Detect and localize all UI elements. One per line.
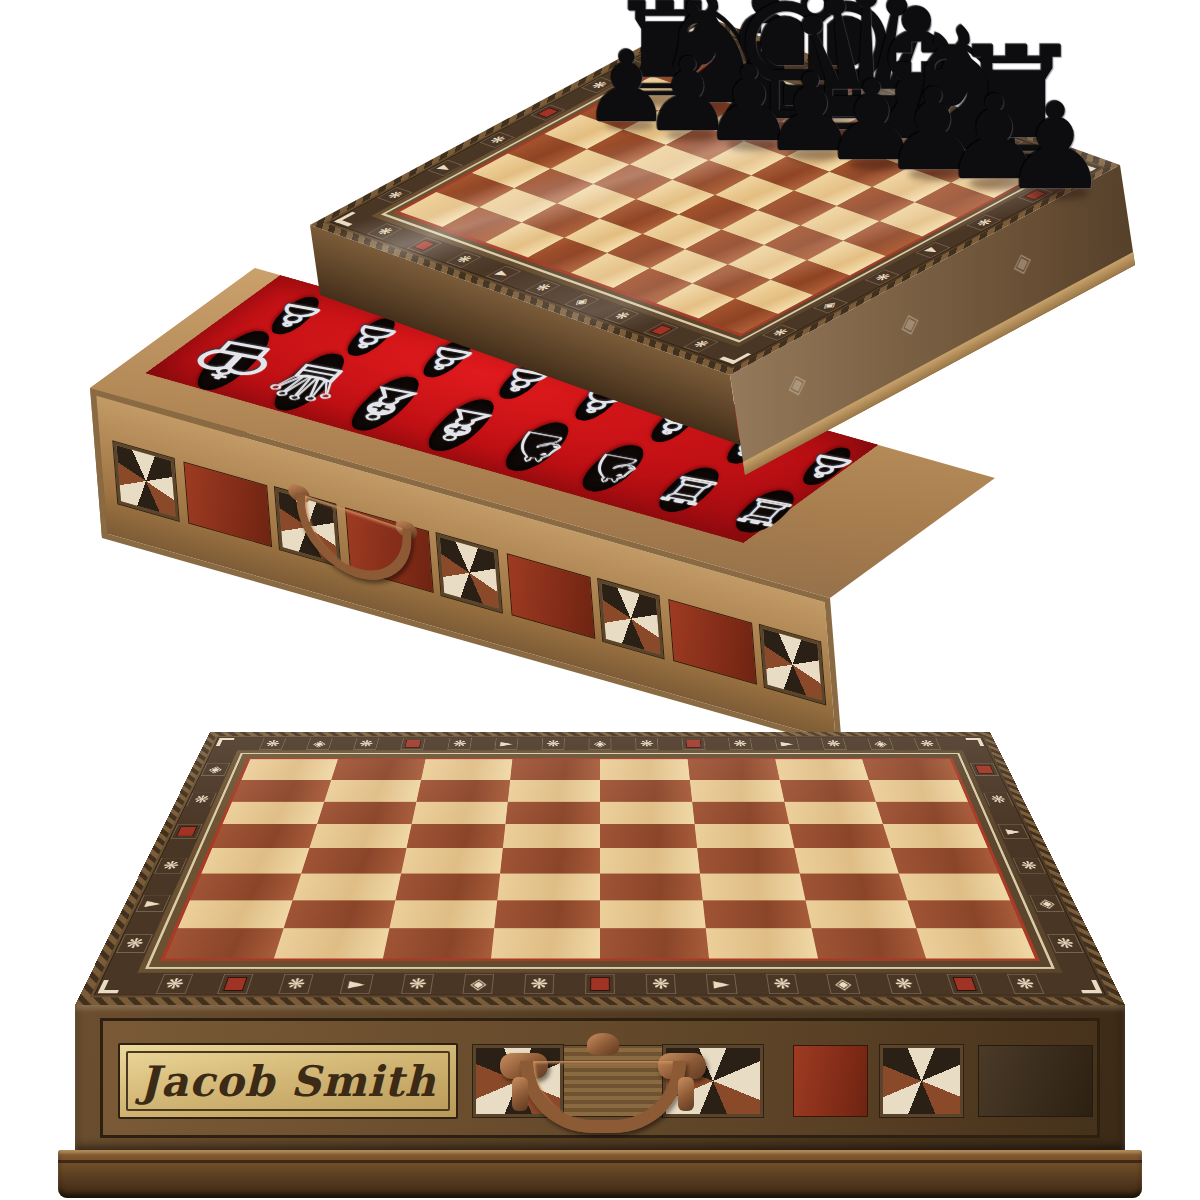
dark-square: [190, 873, 301, 900]
red-square-inlay: [686, 740, 701, 748]
light-square: [497, 873, 600, 900]
border-motif-rosette: ❋: [821, 738, 847, 750]
black-pawn: ♟: [1002, 87, 1109, 206]
rosette-icon: ❋: [285, 977, 307, 991]
spear-icon: ►: [347, 977, 367, 991]
rosette-icon: ❋: [123, 937, 146, 950]
dark-square: [500, 848, 600, 873]
rosette-icon: ❋: [1014, 977, 1038, 991]
light-square: [600, 900, 706, 928]
dark-square: [600, 873, 703, 900]
diamond-eye-icon: ◈: [312, 739, 328, 748]
border-motif-diamond-eye: ◈: [867, 738, 894, 750]
dark-square: [811, 928, 926, 958]
rosette-icon: ❋: [826, 739, 842, 748]
drawer-handle: [498, 1031, 708, 1137]
spear-icon: ►: [780, 739, 795, 748]
handle-bail: [520, 1061, 686, 1133]
red-square-inlay: [953, 977, 976, 990]
handle-tassel-left: [512, 1077, 528, 1111]
diamond-eye-icon: ◈: [1036, 897, 1057, 909]
border-motif-red-square: [585, 974, 615, 994]
light-square: [491, 928, 600, 958]
light-square: [178, 900, 293, 928]
border-motif-rosette: ❋: [353, 738, 379, 750]
light-square: [694, 824, 794, 848]
light-square: [309, 824, 411, 848]
rosette-icon: ❋: [407, 977, 427, 991]
base-ridge: [58, 1160, 1142, 1163]
dark-square: [703, 900, 812, 928]
dark-square: [600, 780, 692, 802]
rosette-icon: ❋: [989, 794, 1008, 804]
border-motif-spear: ►: [494, 738, 518, 750]
box-top-surface: ❋❋◈❋❋►❋❋►◈❋❋◈❋❋►❋❋►◈❋❋◈❋❋◈❋❋►❋❋►◈❋❋: [75, 732, 1125, 1005]
border-motif-rosette: ❋: [766, 974, 799, 994]
light-square: [917, 928, 1035, 958]
border-motif-rosette: ❋: [886, 974, 921, 994]
red-square-inlay: [590, 977, 609, 990]
dark-square: [331, 759, 425, 780]
rosette-icon: ❋: [264, 739, 281, 748]
handle-finial: [587, 1033, 619, 1055]
playing-field: [160, 758, 1040, 961]
rosette-icon: ❋: [358, 739, 374, 748]
border-motif-rosette: ❋: [914, 738, 941, 750]
dark-square: [416, 780, 510, 802]
dark-square: [862, 759, 958, 780]
border-motif-rosette: ❋: [259, 738, 286, 750]
border-motif-rosette: ❋: [542, 738, 565, 750]
light-square: [401, 848, 503, 873]
border-motif-diamond-eye: ◈: [306, 738, 333, 750]
light-square: [700, 873, 805, 900]
corner-l-mark: [965, 738, 984, 746]
dark-square: [600, 824, 697, 848]
border-motif-rosette: ❋: [278, 974, 313, 994]
light-square: [794, 848, 899, 873]
nameplate-border: [126, 1051, 450, 1111]
light-square: [600, 848, 700, 873]
rosette-icon: ❋: [733, 739, 748, 748]
walnut-inlay-panel: [978, 1045, 1093, 1117]
dark-square: [876, 801, 978, 824]
border-motif-red-square: [400, 738, 425, 750]
spear-icon: ►: [1004, 826, 1023, 836]
border-motif-rosette: ❋: [447, 738, 472, 750]
border-motif-rosette: ❋: [635, 738, 658, 750]
diamond-eye-icon: ◈: [469, 977, 487, 991]
dark-square: [494, 900, 600, 928]
dark-square: [687, 759, 779, 780]
light-square: [324, 780, 421, 802]
spear-icon: ►: [500, 739, 514, 748]
spear-icon: ►: [143, 897, 164, 909]
light-square: [690, 780, 784, 802]
rosette-icon: ❋: [1054, 937, 1077, 950]
spear-icon: ►: [713, 977, 731, 991]
light-square: [411, 801, 508, 824]
base-molding: [58, 1150, 1142, 1198]
dark-square: [317, 801, 416, 824]
dark-square: [510, 759, 600, 780]
dark-square: [301, 848, 406, 873]
rosette-icon: ❋: [893, 977, 915, 991]
light-square: [503, 824, 600, 848]
light-square: [784, 801, 883, 824]
light-square: [869, 780, 968, 802]
dark-square: [506, 801, 600, 824]
light-square: [899, 873, 1010, 900]
diamond-eye-icon: ◈: [207, 765, 224, 774]
dark-square: [908, 900, 1023, 928]
rosette-icon: ❋: [1019, 860, 1040, 871]
border-motif-rosette: ❋: [524, 974, 555, 994]
diamond-eye-icon: ◈: [873, 739, 889, 748]
border-motif-red-square: [682, 738, 706, 750]
diamond-eye-icon: ◈: [833, 977, 853, 991]
dark-square: [692, 801, 789, 824]
light-square: [600, 759, 690, 780]
red-square-inlay: [176, 827, 197, 836]
pinwheel-mosaic-square: [880, 1045, 963, 1117]
border-motif-spear: ►: [340, 974, 374, 994]
dark-square: [395, 873, 500, 900]
drawer-front-panel: Jacob Smith: [100, 1018, 1100, 1138]
dark-square: [789, 824, 891, 848]
red-square-inlay: [224, 977, 247, 990]
rosette-icon: ❋: [772, 977, 792, 991]
light-square: [241, 759, 337, 780]
border-motif-spear: ►: [774, 738, 799, 750]
light-square: [600, 801, 694, 824]
dark-square: [697, 848, 799, 873]
diamond-eye-icon: ◈: [594, 739, 607, 748]
dark-square: [406, 824, 506, 848]
light-square: [706, 928, 818, 958]
dark-square: [891, 848, 999, 873]
rosette-icon: ❋: [919, 739, 936, 748]
border-motif-rosette: ❋: [646, 974, 677, 994]
light-square: [883, 824, 988, 848]
product-photo-canvas: ♙♙♙♙♙♙♙♙♔♕♗♗♘♘♖♖◈◈◈❋❋◈❋❋►❋❋►◈❋❋◈❋❋◈❋❋►❋❋…: [0, 0, 1200, 1200]
light-square: [274, 928, 389, 958]
rosette-icon: ❋: [530, 977, 549, 991]
rosewood-inlay-panel: [793, 1045, 868, 1117]
border-motif-spear: ►: [706, 974, 738, 994]
rosette-icon: ❋: [640, 739, 654, 748]
light-square: [508, 780, 600, 802]
rosette-icon: ❋: [160, 860, 181, 871]
rosette-icon: ❋: [163, 977, 187, 991]
dark-square: [165, 928, 283, 958]
rosette-icon: ❋: [546, 739, 560, 748]
light-square: [292, 873, 400, 900]
dark-square: [799, 873, 907, 900]
red-square-inlay: [405, 740, 421, 748]
dark-square: [600, 928, 709, 958]
light-square: [421, 759, 513, 780]
dark-square: [779, 780, 876, 802]
border-motif-diamond-eye: ◈: [462, 974, 494, 994]
nameplate: Jacob Smith: [118, 1043, 458, 1119]
border-motif-rosette: ❋: [401, 974, 434, 994]
dark-square: [212, 824, 317, 848]
rosette-icon: ❋: [192, 794, 211, 804]
dark-square: [283, 900, 395, 928]
light-square: [222, 801, 324, 824]
light-square: [201, 848, 309, 873]
border-motif-diamond-eye: ◈: [589, 738, 612, 750]
light-square: [775, 759, 869, 780]
handle-tassel-right: [678, 1077, 694, 1111]
border-motif-rosette: ❋: [728, 738, 753, 750]
light-square: [805, 900, 917, 928]
dark-square: [382, 928, 494, 958]
red-square-inlay: [975, 765, 994, 773]
border-motif-diamond-eye: ◈: [826, 974, 860, 994]
rosette-icon: ❋: [652, 977, 671, 991]
light-square: [389, 900, 498, 928]
rosette-icon: ❋: [452, 739, 467, 748]
box-front-face: Jacob Smith: [75, 1005, 1125, 1152]
dark-square: [232, 780, 331, 802]
